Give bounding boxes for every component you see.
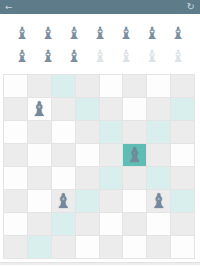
tray-bishop-used: ♝ <box>170 48 185 65</box>
bishop-piece[interactable]: ♝ <box>54 191 72 211</box>
board-cell[interactable] <box>52 121 75 143</box>
board-cell[interactable] <box>100 167 123 189</box>
board-cell[interactable] <box>28 167 51 189</box>
board-cell[interactable] <box>123 213 146 235</box>
board-cell[interactable] <box>76 190 99 212</box>
board-cell[interactable] <box>28 144 51 166</box>
board-cell[interactable] <box>76 121 99 143</box>
board-cell[interactable] <box>52 75 75 97</box>
board-cell[interactable] <box>4 144 27 166</box>
board-cell[interactable] <box>171 213 194 235</box>
board-cell[interactable] <box>171 190 194 212</box>
board-cell[interactable] <box>147 98 170 120</box>
board-cell[interactable] <box>147 144 170 166</box>
tray-bishop-used: ♝ <box>144 48 159 65</box>
board-cell[interactable] <box>171 236 194 258</box>
board-cell[interactable] <box>123 98 146 120</box>
board-cell[interactable] <box>76 75 99 97</box>
board-cell[interactable] <box>171 75 194 97</box>
board-cell[interactable] <box>100 121 123 143</box>
board-cell[interactable] <box>52 236 75 258</box>
board-cell[interactable] <box>123 236 146 258</box>
board-cell[interactable] <box>4 213 27 235</box>
board-cell[interactable] <box>4 98 27 120</box>
tray-row: ♝♝♝♝♝♝♝ <box>0 22 200 45</box>
refresh-icon: ↻ <box>187 1 195 12</box>
app-screen: ← ↻ ♝♝♝♝♝♝♝♝♝♝♝♝♝♝ ♝♝♝♝ <box>0 0 200 266</box>
back-arrow-icon: ← <box>5 2 13 12</box>
board-cell[interactable] <box>52 98 75 120</box>
tray-bishop-available[interactable]: ♝ <box>144 25 159 42</box>
board-cell[interactable] <box>100 144 123 166</box>
tray-bishop-available[interactable]: ♝ <box>170 25 185 42</box>
board-cell[interactable] <box>171 121 194 143</box>
board-cell[interactable] <box>147 167 170 189</box>
board-cell[interactable] <box>147 75 170 97</box>
tray-bishop-used: ♝ <box>118 48 133 65</box>
tray-bishop-available[interactable]: ♝ <box>92 25 107 42</box>
board-cell[interactable] <box>147 213 170 235</box>
board-cell[interactable] <box>76 213 99 235</box>
bishop-piece-selected[interactable]: ♝ <box>126 145 144 165</box>
board-cell[interactable] <box>100 190 123 212</box>
board-cell[interactable] <box>100 98 123 120</box>
top-bar: ← ↻ <box>0 0 200 14</box>
board-cell[interactable] <box>4 75 27 97</box>
tray-bishop-available[interactable]: ♝ <box>14 48 29 65</box>
board-cell[interactable] <box>76 98 99 120</box>
piece-tray: ♝♝♝♝♝♝♝♝♝♝♝♝♝♝ <box>0 22 200 68</box>
board-cell[interactable] <box>123 121 146 143</box>
bottom-divider <box>0 262 200 265</box>
tray-bishop-used: ♝ <box>92 48 107 65</box>
board-cell[interactable] <box>28 121 51 143</box>
board-cell[interactable] <box>147 236 170 258</box>
back-button[interactable]: ← <box>5 3 13 12</box>
board-cell[interactable] <box>52 167 75 189</box>
board-cell[interactable]: ♝ <box>147 190 170 212</box>
tray-row: ♝♝♝♝♝♝♝ <box>0 45 200 68</box>
board-cell[interactable] <box>171 167 194 189</box>
tray-bishop-available[interactable]: ♝ <box>14 25 29 42</box>
board-cell[interactable] <box>147 121 170 143</box>
board-cell[interactable] <box>4 190 27 212</box>
board-cell[interactable] <box>76 144 99 166</box>
tray-bishop-available[interactable]: ♝ <box>40 48 55 65</box>
board-cell[interactable] <box>100 75 123 97</box>
tray-bishop-available[interactable]: ♝ <box>66 25 81 42</box>
tray-bishop-available[interactable]: ♝ <box>40 25 55 42</box>
tray-bishop-available[interactable]: ♝ <box>66 48 81 65</box>
board-cell[interactable]: ♝ <box>52 190 75 212</box>
board-cell[interactable] <box>123 167 146 189</box>
bishop-piece[interactable]: ♝ <box>30 99 48 119</box>
board-cell[interactable] <box>28 213 51 235</box>
board-cell[interactable] <box>171 144 194 166</box>
bishop-piece[interactable]: ♝ <box>150 191 168 211</box>
board-cell[interactable] <box>76 167 99 189</box>
board-cell[interactable] <box>4 236 27 258</box>
board-cell[interactable] <box>52 213 75 235</box>
board-cell[interactable] <box>28 190 51 212</box>
board-cell[interactable] <box>171 98 194 120</box>
board-cell[interactable] <box>4 167 27 189</box>
board-cell[interactable]: ♝ <box>28 98 51 120</box>
board-cell[interactable] <box>4 121 27 143</box>
tray-bishop-available[interactable]: ♝ <box>118 25 133 42</box>
board-cell[interactable]: ♝ <box>123 144 146 166</box>
board-cell[interactable] <box>100 236 123 258</box>
board-cell[interactable] <box>123 75 146 97</box>
board-cell[interactable] <box>76 236 99 258</box>
board-cell[interactable] <box>28 236 51 258</box>
board-cell[interactable] <box>52 144 75 166</box>
chess-board: ♝♝♝♝ <box>3 74 195 259</box>
board-cell[interactable] <box>100 213 123 235</box>
board-cell[interactable] <box>28 75 51 97</box>
restart-button[interactable]: ↻ <box>187 2 195 12</box>
board-cell[interactable] <box>123 190 146 212</box>
